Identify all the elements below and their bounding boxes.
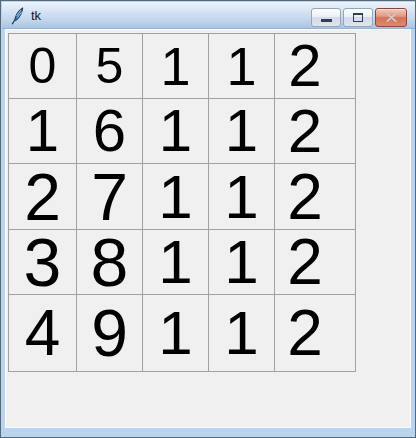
grid-cell-r1c1: 0 (9, 34, 76, 98)
grid-cell-r1c5: 2 (275, 34, 355, 98)
grid-cell-r1c2: 5 (77, 34, 142, 98)
number-grid: 0511216112271123811249112 (8, 33, 356, 372)
grid-cell-r3c4: 1 (209, 164, 274, 229)
titlebar[interactable]: tk (2, 2, 415, 29)
maximize-icon (353, 13, 363, 22)
grid-cell-r3c3: 1 (143, 164, 208, 229)
caption-buttons (311, 8, 407, 27)
grid-cell-r3c5: 2 (275, 164, 355, 229)
grid-cell-r1c4: 1 (209, 34, 274, 98)
close-icon (386, 13, 397, 22)
grid-cell-r5c4: 1 (209, 295, 274, 371)
grid-cell-r5c5: 2 (275, 295, 355, 371)
minimize-icon (321, 19, 332, 22)
grid-cell-r3c2: 7 (77, 164, 142, 229)
grid-cell-r2c3: 1 (143, 99, 208, 163)
grid-cell-r5c2: 9 (77, 295, 142, 371)
grid-cell-r2c1: 1 (9, 99, 76, 163)
window-title: tk (31, 9, 41, 22)
grid-cell-r3c1: 2 (9, 164, 76, 229)
grid-cell-r4c5: 2 (275, 230, 355, 294)
client-area: 0511216112271123811249112 (5, 29, 411, 428)
grid-cell-r2c2: 6 (77, 99, 142, 163)
maximize-button[interactable] (343, 8, 373, 27)
grid-cell-r4c3: 1 (143, 230, 208, 294)
grid-cell-r1c3: 1 (143, 34, 208, 98)
grid-cell-r4c2: 8 (77, 230, 142, 294)
grid-cell-r2c4: 1 (209, 99, 274, 163)
grid-cell-r4c1: 3 (9, 230, 76, 294)
tk-window: tk 0511216112271123811249112 (0, 0, 416, 438)
minimize-button[interactable] (311, 8, 341, 27)
grid-cell-r2c5: 2 (275, 99, 355, 163)
tk-feather-icon[interactable] (11, 7, 24, 25)
grid-cell-r4c4: 1 (209, 230, 274, 294)
close-button[interactable] (375, 8, 407, 27)
grid-cell-r5c1: 4 (9, 295, 76, 371)
grid-cell-r5c3: 1 (143, 295, 208, 371)
